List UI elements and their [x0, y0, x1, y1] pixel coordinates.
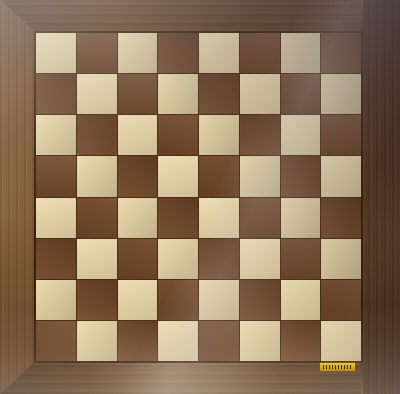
- chessboard-photo: [0, 0, 400, 394]
- square-f1[interactable]: [240, 321, 280, 361]
- square-e7[interactable]: [199, 74, 239, 114]
- square-f8[interactable]: [240, 33, 280, 73]
- square-a5[interactable]: [36, 156, 76, 196]
- square-a7[interactable]: [36, 74, 76, 114]
- square-c4[interactable]: [118, 198, 158, 238]
- square-g4[interactable]: [281, 198, 321, 238]
- square-h2[interactable]: [321, 280, 361, 320]
- square-h5[interactable]: [321, 156, 361, 196]
- square-d2[interactable]: [158, 280, 198, 320]
- square-e3[interactable]: [199, 239, 239, 279]
- square-d4[interactable]: [158, 198, 198, 238]
- square-g1[interactable]: [281, 321, 321, 361]
- square-f5[interactable]: [240, 156, 280, 196]
- chess-board[interactable]: [34, 31, 363, 363]
- square-f6[interactable]: [240, 115, 280, 155]
- square-e5[interactable]: [199, 156, 239, 196]
- square-f7[interactable]: [240, 74, 280, 114]
- square-e6[interactable]: [199, 115, 239, 155]
- square-a3[interactable]: [36, 239, 76, 279]
- square-f3[interactable]: [240, 239, 280, 279]
- square-b2[interactable]: [77, 280, 117, 320]
- square-f4[interactable]: [240, 198, 280, 238]
- square-b8[interactable]: [77, 33, 117, 73]
- square-g8[interactable]: [281, 33, 321, 73]
- square-a2[interactable]: [36, 280, 76, 320]
- square-e8[interactable]: [199, 33, 239, 73]
- square-h1[interactable]: [321, 321, 361, 361]
- square-c6[interactable]: [118, 115, 158, 155]
- square-h3[interactable]: [321, 239, 361, 279]
- square-a1[interactable]: [36, 321, 76, 361]
- square-h8[interactable]: [321, 33, 361, 73]
- square-g5[interactable]: [281, 156, 321, 196]
- square-a8[interactable]: [36, 33, 76, 73]
- square-b6[interactable]: [77, 115, 117, 155]
- square-b4[interactable]: [77, 198, 117, 238]
- square-h6[interactable]: [321, 115, 361, 155]
- square-c7[interactable]: [118, 74, 158, 114]
- square-d5[interactable]: [158, 156, 198, 196]
- square-d1[interactable]: [158, 321, 198, 361]
- square-c5[interactable]: [118, 156, 158, 196]
- square-d8[interactable]: [158, 33, 198, 73]
- square-b5[interactable]: [77, 156, 117, 196]
- square-b7[interactable]: [77, 74, 117, 114]
- square-d3[interactable]: [158, 239, 198, 279]
- square-c3[interactable]: [118, 239, 158, 279]
- square-h4[interactable]: [321, 198, 361, 238]
- square-e4[interactable]: [199, 198, 239, 238]
- square-g3[interactable]: [281, 239, 321, 279]
- sticker-microtext: [323, 365, 352, 369]
- square-g6[interactable]: [281, 115, 321, 155]
- square-a4[interactable]: [36, 198, 76, 238]
- square-e1[interactable]: [199, 321, 239, 361]
- square-g2[interactable]: [281, 280, 321, 320]
- square-c8[interactable]: [118, 33, 158, 73]
- square-e2[interactable]: [199, 280, 239, 320]
- square-c1[interactable]: [118, 321, 158, 361]
- square-g7[interactable]: [281, 74, 321, 114]
- square-a6[interactable]: [36, 115, 76, 155]
- square-b1[interactable]: [77, 321, 117, 361]
- square-b3[interactable]: [77, 239, 117, 279]
- square-d7[interactable]: [158, 74, 198, 114]
- square-f2[interactable]: [240, 280, 280, 320]
- gold-sticker: [319, 362, 356, 372]
- square-c2[interactable]: [118, 280, 158, 320]
- square-d6[interactable]: [158, 115, 198, 155]
- square-h7[interactable]: [321, 74, 361, 114]
